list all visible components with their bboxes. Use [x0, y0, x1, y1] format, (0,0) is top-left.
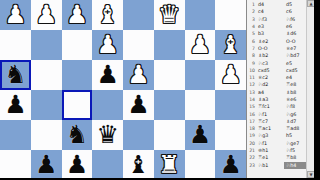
move-number: 17 [247, 119, 255, 124]
move-list-row: 16♘f1♘g6 [247, 110, 306, 117]
board-square[interactable]: ♟ [92, 60, 123, 90]
black-pawn-piece: ♟ [215, 150, 246, 180]
board-square[interactable]: ♟ [215, 150, 246, 180]
white-move[interactable]: ♘d2 [255, 81, 284, 88]
move-list-row: 12♘d2♖e8 [247, 81, 306, 88]
black-knight-piece: ♞ [2, 62, 29, 88]
black-move[interactable]: e5 [284, 60, 306, 67]
white-move[interactable]: ♘g3 [255, 132, 284, 139]
move-list-row: 18♖ac1♖ad8 [247, 125, 306, 132]
white-move[interactable]: O-O [255, 45, 284, 52]
board-square[interactable] [154, 60, 185, 90]
move-list-row: 15♖fc1♘f8 [247, 103, 306, 110]
board-square[interactable] [185, 0, 216, 30]
white-move[interactable]: ♗a3 [255, 96, 284, 103]
white-move[interactable]: cxd5 [255, 67, 284, 74]
move-number: 15 [247, 104, 255, 109]
move-list-row: 6♗e2O-O [247, 37, 306, 44]
white-pawn-piece: ♟ [215, 60, 246, 90]
move-list-row: 7O-O♕e7 [247, 45, 306, 52]
black-move[interactable]: ♖e8 [284, 81, 306, 88]
move-list-row: 19♘g3h5 [247, 132, 306, 139]
white-move[interactable]: ♘c3 [255, 60, 284, 67]
white-move[interactable]: e3 [255, 23, 284, 30]
black-move[interactable]: ♕e7 [284, 45, 306, 52]
white-pawn-piece: ♟ [123, 60, 154, 90]
board-square[interactable]: ♟ [31, 0, 62, 30]
board-square[interactable]: ♟ [215, 60, 246, 90]
board-square[interactable] [0, 150, 31, 180]
board-square[interactable]: ♛ [92, 120, 123, 150]
black-move-selected[interactable]: ♘h4 [284, 162, 306, 169]
board-square[interactable] [92, 150, 123, 180]
black-move[interactable]: O-O [284, 38, 306, 45]
board-square[interactable]: ♟ [185, 30, 216, 60]
black-move[interactable]: e6 [284, 23, 306, 30]
bottom-letterbox-bar [0, 178, 320, 180]
move-list-row: 3♘f3♘f6 [247, 16, 306, 23]
board-square[interactable] [185, 90, 216, 120]
black-move[interactable]: c6 [284, 8, 306, 15]
move-number: 11 [247, 75, 255, 80]
black-move[interactable]: ♗d7 [284, 118, 306, 125]
black-move[interactable]: ♘f6 [284, 16, 306, 23]
black-pawn-piece: ♟ [185, 120, 216, 150]
board-square[interactable] [215, 0, 246, 30]
white-queen-piece: ♛ [154, 0, 185, 30]
black-pawn-piece: ♟ [123, 90, 154, 120]
board-square[interactable] [31, 90, 62, 120]
move-number: 20 [247, 141, 255, 146]
move-list-row: 9♘c3e5 [247, 59, 306, 66]
move-number: 7 [247, 46, 255, 51]
board-square[interactable]: ♟ [185, 120, 216, 150]
black-move[interactable]: d5 [284, 1, 306, 8]
white-move[interactable]: a4 [255, 89, 284, 96]
board-square[interactable] [62, 30, 93, 60]
black-pawn-piece: ♟ [62, 150, 93, 180]
white-pawn-piece: ♟ [31, 0, 62, 30]
board-square[interactable] [62, 60, 93, 90]
move-list-row: 20♘f1♘ge7 [247, 140, 306, 147]
move-number: 13 [247, 90, 255, 95]
board-square[interactable]: ♛ [154, 0, 185, 30]
black-knight-piece: ♞ [62, 120, 93, 150]
board-square[interactable]: ♟ [31, 150, 62, 180]
black-move[interactable]: ♗b8 [284, 89, 306, 96]
board-square[interactable] [31, 60, 62, 90]
board-square[interactable]: ♟ [123, 60, 154, 90]
white-move[interactable]: ♖fc1 [255, 103, 284, 110]
white-rook-piece: ♜ [154, 150, 185, 180]
board-square[interactable] [154, 30, 185, 60]
white-move[interactable]: c4 [255, 8, 284, 15]
move-number: 12 [247, 82, 255, 87]
board-square[interactable] [92, 90, 123, 120]
move-list-row: 13a4♗b8 [247, 89, 306, 96]
board-square[interactable] [123, 120, 154, 150]
black-move[interactable]: h5 [284, 132, 306, 139]
white-move[interactable]: ♖ac1 [255, 125, 284, 132]
move-list-row: 5b3♗d6 [247, 30, 306, 37]
white-move[interactable]: ♕c2 [255, 74, 284, 81]
white-move[interactable]: ♘f3 [255, 16, 284, 23]
move-number: 6 [247, 39, 255, 44]
white-move[interactable]: ♘f1 [255, 140, 284, 147]
board-square[interactable]: ♟ [0, 90, 31, 120]
board-square[interactable] [185, 150, 216, 180]
move-number: 21 [247, 148, 255, 153]
black-queen-piece: ♛ [92, 120, 123, 150]
board-square[interactable] [123, 0, 154, 30]
black-move[interactable]: e4 [284, 74, 306, 81]
board-square[interactable]: ♟ [92, 30, 123, 60]
board-square[interactable] [31, 120, 62, 150]
move-number: 22 [247, 155, 255, 160]
move-list-row: 23♘b1♘h4 [247, 162, 306, 169]
black-move[interactable]: ♖ad8 [284, 125, 306, 132]
black-bishop-piece: ♝ [123, 150, 154, 180]
black-move[interactable]: ♗d6 [284, 30, 306, 37]
move-list-row: 11♕c2e4 [247, 74, 306, 81]
white-move[interactable]: ♔h1 [255, 147, 284, 154]
white-move[interactable]: ♗b2 [255, 52, 284, 59]
board-square[interactable] [215, 90, 246, 120]
board-square[interactable] [215, 120, 246, 150]
chess-board: ♟♟♟♝♛♟♟♝♞♟♟♟♟♟♞♛♟♟♟♝♜♟ [0, 0, 246, 180]
move-number: 19 [247, 133, 255, 138]
move-list-row: 8♗b2♘bd7 [247, 52, 306, 59]
board-square[interactable]: ♟ [123, 90, 154, 120]
move-number: 23 [247, 163, 255, 168]
move-list-scrollbar[interactable]: ▲ ▼ [306, 0, 314, 178]
black-move[interactable]: ♘ge7 [284, 140, 306, 147]
move-list-row: 14♗a3♕e6 [247, 96, 306, 103]
black-move[interactable]: ♘f5 [284, 147, 306, 154]
white-move[interactable]: d4 [255, 1, 284, 8]
move-number: 3 [247, 17, 255, 22]
move-list-panel: 1d4d52c4c63♘f3♘f64e3e65b3♗d66♗e2O-O7O-O♕… [246, 0, 314, 180]
board-square[interactable]: ♟ [0, 0, 31, 30]
move-list-row: 1d4d5 [247, 1, 306, 8]
board-square[interactable] [31, 30, 62, 60]
move-list-row: 21♔h1♘f5 [247, 147, 306, 154]
white-pawn-piece: ♟ [185, 30, 216, 60]
move-list-row: 4e3e6 [247, 23, 306, 30]
black-move[interactable]: ♘bd7 [284, 52, 306, 59]
white-bishop-piece: ♝ [215, 30, 246, 60]
white-move[interactable]: ♘f1 [255, 111, 284, 118]
scroll-down-arrow-icon[interactable]: ▼ [307, 171, 314, 178]
board-square[interactable] [123, 30, 154, 60]
black-move[interactable]: ♘f8 [284, 103, 306, 110]
black-pawn-piece: ♟ [92, 60, 123, 90]
move-number: 18 [247, 126, 255, 131]
white-pawn-piece: ♟ [92, 30, 123, 60]
move-number: 1 [247, 2, 255, 7]
board-square[interactable]: ♜ [154, 150, 185, 180]
black-pawn-piece: ♟ [31, 150, 62, 180]
move-number: 4 [247, 24, 255, 29]
black-move[interactable]: ♘g6 [284, 111, 306, 118]
white-move[interactable]: ♖c7 [255, 118, 284, 125]
white-move[interactable]: ♖e1 [255, 154, 284, 161]
board-square[interactable]: ♝ [123, 150, 154, 180]
move-number: 9 [247, 61, 255, 66]
board-square[interactable]: ♞ [62, 120, 93, 150]
move-list-row: 10cxd5cxd5 [247, 67, 306, 74]
black-move[interactable]: ♕e6 [284, 96, 306, 103]
board-square[interactable] [0, 30, 31, 60]
move-list: 1d4d52c4c63♘f3♘f64e3e65b3♗d66♗e2O-O7O-O♕… [247, 1, 306, 169]
black-move[interactable]: cxd5 [284, 67, 306, 74]
move-number: 8 [247, 53, 255, 58]
move-list-row: 17♖c7♗d7 [247, 118, 306, 125]
board-square[interactable] [154, 120, 185, 150]
white-pawn-piece: ♟ [0, 0, 31, 30]
board-square[interactable] [154, 90, 185, 120]
white-move[interactable]: b3 [255, 30, 284, 37]
move-list-row: 22♖e1♖b8 [247, 154, 306, 161]
move-number: 5 [247, 31, 255, 36]
move-number: 14 [247, 97, 255, 102]
board-square[interactable]: ♟ [62, 150, 93, 180]
white-move[interactable]: ♘b1 [255, 162, 284, 169]
white-pawn-piece: ♟ [62, 0, 93, 30]
white-move[interactable]: ♗e2 [255, 38, 284, 45]
board-square[interactable] [185, 60, 216, 90]
move-list-row: 2c4c6 [247, 8, 306, 15]
black-move[interactable]: ♖b8 [284, 154, 306, 161]
scroll-up-arrow-icon[interactable]: ▲ [307, 0, 314, 7]
move-number: 16 [247, 112, 255, 117]
right-letterbox-bar [314, 0, 320, 180]
board-square[interactable]: ♝ [92, 0, 123, 30]
chess-gui-window: ♟♟♟♝♛♟♟♝♞♟♟♟♟♟♞♛♟♟♟♝♜♟ 1d4d52c4c63♘f3♘f6… [0, 0, 320, 180]
move-number: 2 [247, 9, 255, 14]
board-square[interactable] [0, 120, 31, 150]
white-bishop-piece: ♝ [92, 0, 123, 30]
move-number: 10 [247, 68, 255, 73]
board-square[interactable]: ♟ [62, 0, 93, 30]
board-square[interactable]: ♞ [0, 60, 31, 90]
board-square[interactable]: ♝ [215, 30, 246, 60]
black-pawn-piece: ♟ [0, 90, 31, 120]
board-square[interactable] [62, 90, 93, 120]
